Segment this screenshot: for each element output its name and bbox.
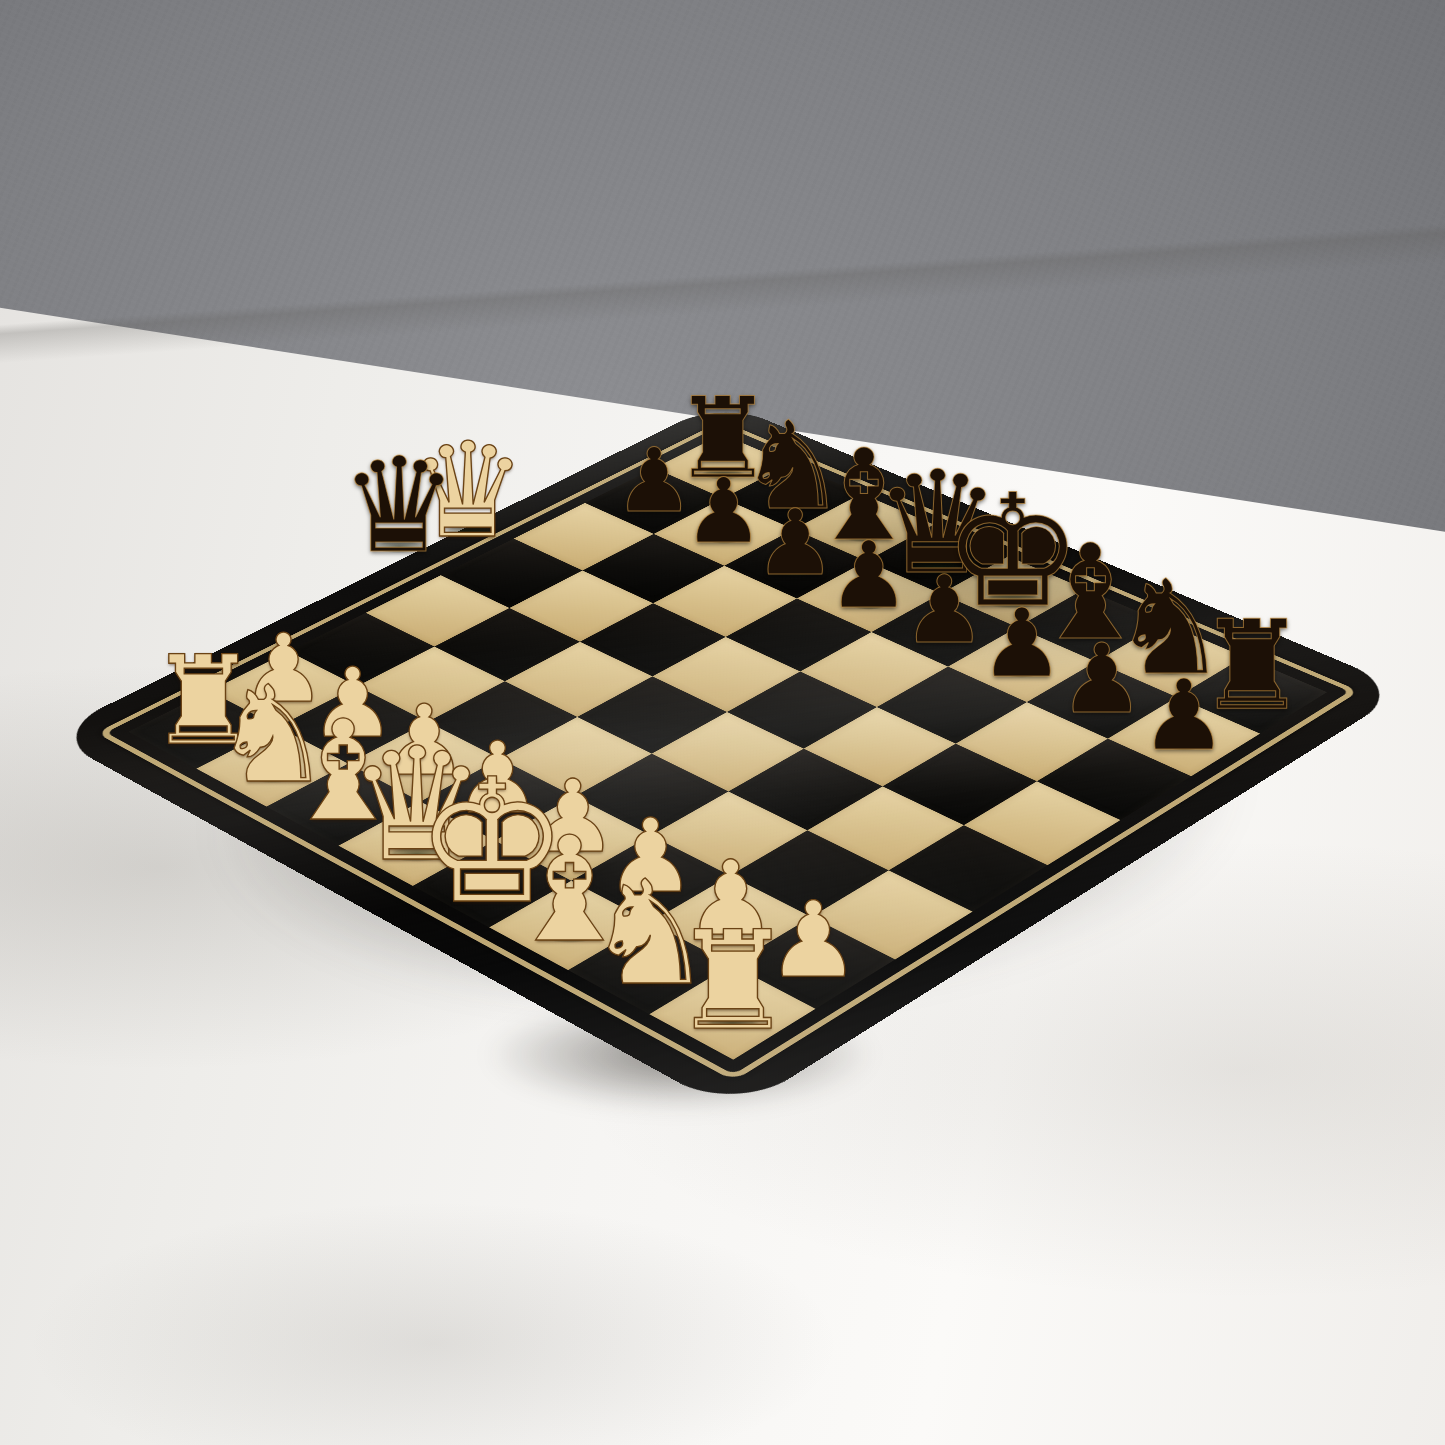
product-photo-scene: ♜♞♝♛♚♝♞♜♟♟♟♟♟♟♟♟♟♟♟♟♟♟♟♟♜♞♝♛♚♝♞♜♛♛ [0,0,1445,1445]
